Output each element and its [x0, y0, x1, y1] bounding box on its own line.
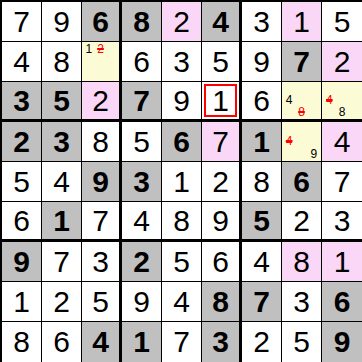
- candidate-digit: 9: [308, 148, 320, 160]
- pencil-marks: 48: [283, 83, 320, 118]
- cell-r6c8[interactable]: 2: [282, 202, 322, 242]
- cell-r7c2[interactable]: 7: [42, 242, 82, 282]
- solved-digit: 4: [334, 127, 351, 157]
- solved-digit: 9: [173, 86, 190, 116]
- cell-r6c9[interactable]: 3: [322, 202, 362, 242]
- cell-r7c8[interactable]: 8: [282, 242, 322, 282]
- cell-r4c9[interactable]: 4: [322, 122, 362, 162]
- cell-r1c1[interactable]: 7: [2, 2, 42, 42]
- cell-r5c2[interactable]: 4: [42, 162, 82, 202]
- solved-digit: 9: [212, 206, 229, 236]
- cell-r3c7[interactable]: 6: [242, 82, 282, 122]
- solved-digit: 2: [334, 47, 351, 77]
- solved-digit: 8: [173, 206, 190, 236]
- cell-r7c5[interactable]: 5: [162, 242, 202, 282]
- cell-r9c3[interactable]: 4: [82, 322, 122, 362]
- cell-r9c7[interactable]: 2: [242, 322, 282, 362]
- cell-r1c4[interactable]: 8: [122, 2, 162, 42]
- cell-r5c3[interactable]: 9: [82, 162, 122, 202]
- solved-digit: 4: [253, 247, 270, 277]
- given-digit: 3: [13, 86, 30, 116]
- cell-r3c5[interactable]: 9: [162, 82, 202, 122]
- eliminated-candidate: 4: [283, 135, 295, 147]
- cell-r1c8[interactable]: 1: [282, 2, 322, 42]
- given-digit: 5: [253, 206, 270, 236]
- cell-r2c2[interactable]: 8: [42, 42, 82, 82]
- cell-r8c9[interactable]: 6: [322, 282, 362, 322]
- cell-r2c9[interactable]: 2: [322, 42, 362, 82]
- solved-digit: 8: [253, 167, 270, 197]
- cell-r8c7[interactable]: 7: [242, 282, 282, 322]
- cell-r5c5[interactable]: 1: [162, 162, 202, 202]
- eliminated-candidate: 2: [95, 43, 107, 55]
- solved-digit: 5: [334, 7, 351, 37]
- solved-digit: 5: [212, 47, 229, 77]
- solved-digit: 2: [173, 7, 190, 37]
- pencil-marks: 49: [283, 123, 320, 160]
- solved-digit: 1: [334, 247, 351, 277]
- cell-r5c7[interactable]: 8: [242, 162, 282, 202]
- given-digit: 3: [133, 167, 150, 197]
- cell-r1c6[interactable]: 4: [202, 2, 242, 42]
- cell-r1c2[interactable]: 9: [42, 2, 82, 42]
- given-digit: 6: [173, 127, 190, 157]
- solved-digit: 6: [212, 247, 229, 277]
- solved-digit: 1: [212, 86, 229, 116]
- solved-digit: 6: [53, 327, 70, 357]
- given-digit: 9: [13, 247, 30, 277]
- cell-r2c8[interactable]: 7: [282, 42, 322, 82]
- cell-r9c8[interactable]: 5: [282, 322, 322, 362]
- cell-r4c6[interactable]: 7: [202, 122, 242, 162]
- given-digit: 4: [92, 327, 109, 357]
- cell-r3c6[interactable]: 1: [202, 82, 242, 122]
- cell-r6c4[interactable]: 4: [122, 202, 162, 242]
- solved-digit: 3: [92, 247, 109, 277]
- cell-r2c3[interactable]: 12: [82, 42, 122, 82]
- solved-digit: 2: [212, 167, 229, 197]
- cell-r3c3[interactable]: 2: [82, 82, 122, 122]
- cell-r5c6[interactable]: 2: [202, 162, 242, 202]
- cell-r6c5[interactable]: 8: [162, 202, 202, 242]
- solved-digit: 7: [212, 127, 229, 157]
- given-digit: 7: [293, 47, 310, 77]
- solved-digit: 3: [293, 287, 310, 317]
- cell-r5c4[interactable]: 3: [122, 162, 162, 202]
- cell-r1c5[interactable]: 2: [162, 2, 202, 42]
- solved-digit: 1: [13, 287, 30, 317]
- cell-r3c2[interactable]: 5: [42, 82, 82, 122]
- solved-digit: 5: [133, 127, 150, 157]
- given-digit: 3: [53, 127, 70, 157]
- cell-r4c8[interactable]: 49: [282, 122, 322, 162]
- solved-digit: 1: [293, 7, 310, 37]
- cell-r6c7[interactable]: 5: [242, 202, 282, 242]
- solved-digit: 7: [92, 206, 109, 236]
- cell-r7c6[interactable]: 6: [202, 242, 242, 282]
- cell-r7c7[interactable]: 4: [242, 242, 282, 282]
- given-digit: 7: [133, 86, 150, 116]
- solved-digit: 7: [173, 327, 190, 357]
- candidate-digit: 1: [83, 43, 95, 55]
- solved-digit: 6: [253, 86, 270, 116]
- solved-digit: 2: [253, 327, 270, 357]
- cell-r8c2[interactable]: 2: [42, 282, 82, 322]
- cell-r4c4[interactable]: 5: [122, 122, 162, 162]
- cell-r9c1[interactable]: 8: [2, 322, 42, 362]
- cell-r2c1[interactable]: 4: [2, 42, 42, 82]
- cell-r8c3[interactable]: 5: [82, 282, 122, 322]
- cell-r8c4[interactable]: 9: [122, 282, 162, 322]
- cell-r2c7[interactable]: 9: [242, 42, 282, 82]
- cell-r1c7[interactable]: 3: [242, 2, 282, 42]
- cell-r3c8[interactable]: 48: [282, 82, 322, 122]
- cell-r8c5[interactable]: 4: [162, 282, 202, 322]
- cell-r4c7[interactable]: 1: [242, 122, 282, 162]
- solved-digit: 5: [13, 167, 30, 197]
- solved-digit: 6: [13, 206, 30, 236]
- pencil-marks: 48: [323, 83, 361, 118]
- solved-digit: 7: [13, 7, 30, 37]
- cell-r2c4[interactable]: 6: [122, 42, 162, 82]
- solved-digit: 2: [53, 287, 70, 317]
- solved-digit: 7: [334, 167, 351, 197]
- cell-r7c4[interactable]: 2: [122, 242, 162, 282]
- solved-digit: 1: [173, 167, 190, 197]
- solved-digit: 4: [133, 206, 150, 236]
- given-digit: 2: [133, 247, 150, 277]
- given-digit: 1: [253, 127, 270, 157]
- sudoku-board: 7968243154812635972352791648482385671494…: [0, 0, 362, 362]
- pencil-marks: 12: [83, 43, 118, 80]
- solved-digit: 9: [133, 287, 150, 317]
- solved-digit: 6: [133, 47, 150, 77]
- given-digit: 1: [53, 206, 70, 236]
- given-digit: 7: [253, 287, 270, 317]
- eliminated-candidate: 4: [323, 94, 336, 106]
- given-digit: 4: [212, 7, 229, 37]
- solved-digit: 8: [92, 127, 109, 157]
- solved-digit: 5: [92, 287, 109, 317]
- solved-digit: 7: [53, 247, 70, 277]
- cell-r1c3[interactable]: 6: [82, 2, 122, 42]
- given-digit: 8: [212, 287, 229, 317]
- cell-r8c1[interactable]: 1: [2, 282, 42, 322]
- solved-digit: 5: [293, 327, 310, 357]
- given-digit: 6: [293, 167, 310, 197]
- solved-digit: 2: [293, 206, 310, 236]
- given-digit: 2: [13, 127, 30, 157]
- candidate-digit: 4: [283, 94, 295, 106]
- cell-r5c1[interactable]: 5: [2, 162, 42, 202]
- cell-r5c9[interactable]: 7: [322, 162, 362, 202]
- given-digit: 1: [133, 327, 150, 357]
- given-digit: 9: [92, 167, 109, 197]
- solved-digit: 9: [253, 47, 270, 77]
- cell-r9c9[interactable]: 9: [322, 322, 362, 362]
- solved-digit: 4: [53, 167, 70, 197]
- cell-r3c9[interactable]: 48: [322, 82, 362, 122]
- given-digit: 9: [334, 327, 351, 357]
- cell-r4c1[interactable]: 2: [2, 122, 42, 162]
- solved-digit: 3: [253, 7, 270, 37]
- cell-r8c6[interactable]: 8: [202, 282, 242, 322]
- solved-digit: 4: [13, 47, 30, 77]
- cell-r9c2[interactable]: 6: [42, 322, 82, 362]
- cell-r2c6[interactable]: 5: [202, 42, 242, 82]
- cell-r8c8[interactable]: 3: [282, 282, 322, 322]
- cell-r2c5[interactable]: 3: [162, 42, 202, 82]
- cell-r5c8[interactable]: 6: [282, 162, 322, 202]
- cell-r7c3[interactable]: 3: [82, 242, 122, 282]
- solved-digit: 4: [173, 287, 190, 317]
- cell-r9c5[interactable]: 7: [162, 322, 202, 362]
- cell-r6c6[interactable]: 9: [202, 202, 242, 242]
- cell-r1c9[interactable]: 5: [322, 2, 362, 42]
- given-digit: 8: [133, 7, 150, 37]
- solved-digit: 3: [173, 47, 190, 77]
- given-digit: 5: [53, 86, 70, 116]
- given-digit: 6: [92, 7, 109, 37]
- cell-r9c6[interactable]: 3: [202, 322, 242, 362]
- cell-r7c9[interactable]: 1: [322, 242, 362, 282]
- solved-digit: 8: [293, 247, 310, 277]
- solved-digit: 9: [53, 7, 70, 37]
- solved-digit: 2: [92, 86, 109, 116]
- given-digit: 3: [212, 327, 229, 357]
- cell-r6c1[interactable]: 6: [2, 202, 42, 242]
- eliminated-candidate: 8: [295, 106, 307, 118]
- cell-r4c3[interactable]: 8: [82, 122, 122, 162]
- cell-r7c1[interactable]: 9: [2, 242, 42, 282]
- cell-r3c1[interactable]: 3: [2, 82, 42, 122]
- cell-r6c3[interactable]: 7: [82, 202, 122, 242]
- solved-digit: 3: [334, 206, 351, 236]
- candidate-digit: 8: [336, 106, 349, 118]
- solved-digit: 8: [53, 47, 70, 77]
- cell-r4c2[interactable]: 3: [42, 122, 82, 162]
- given-digit: 6: [334, 287, 351, 317]
- cell-r3c4[interactable]: 7: [122, 82, 162, 122]
- solved-digit: 8: [13, 327, 30, 357]
- cell-r9c4[interactable]: 1: [122, 322, 162, 362]
- cell-r4c5[interactable]: 6: [162, 122, 202, 162]
- solved-digit: 5: [173, 247, 190, 277]
- cell-r6c2[interactable]: 1: [42, 202, 82, 242]
